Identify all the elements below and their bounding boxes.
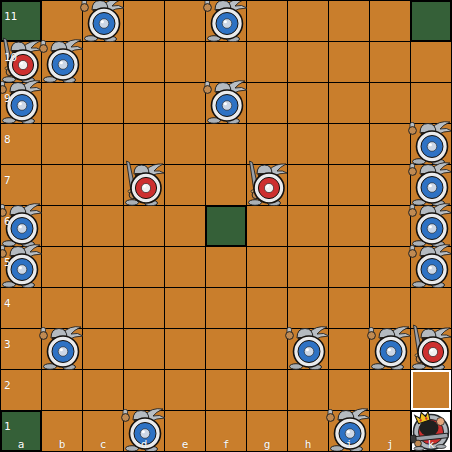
board-square-k4[interactable] — [411, 288, 451, 328]
blue-shield-viking-piece[interactable] — [366, 324, 412, 370]
board-square-j7[interactable] — [370, 165, 410, 205]
board-square-e4[interactable] — [165, 288, 205, 328]
board-square-i9[interactable] — [329, 83, 369, 123]
blue-shield-viking-piece[interactable] — [407, 160, 452, 206]
blue-shield-viking-piece[interactable] — [407, 201, 452, 247]
board-square-e9[interactable] — [165, 83, 205, 123]
board-square-g10[interactable] — [247, 42, 287, 82]
board-square-k7[interactable] — [411, 165, 451, 205]
board-square-d7[interactable] — [124, 165, 164, 205]
file-label-b: b — [59, 439, 66, 450]
board-square-h7[interactable] — [288, 165, 328, 205]
board-square-b11[interactable] — [42, 1, 82, 41]
board-square-b2[interactable] — [42, 370, 82, 410]
board-square-k10[interactable] — [411, 42, 451, 82]
blue-shield-viking-piece[interactable] — [202, 0, 248, 42]
rank-label-3: 3 — [4, 339, 11, 350]
board-square-b8[interactable] — [42, 124, 82, 164]
board-square-b4[interactable] — [42, 288, 82, 328]
board-square-d3[interactable] — [124, 329, 164, 369]
board-square-f8[interactable] — [206, 124, 246, 164]
board-square-i6[interactable] — [329, 206, 369, 246]
board-square-b1[interactable]: b — [42, 411, 82, 451]
board-square-f7[interactable] — [206, 165, 246, 205]
board-square-j6[interactable] — [370, 206, 410, 246]
board-square-g3[interactable] — [247, 329, 287, 369]
board-square-k5[interactable] — [411, 247, 451, 287]
board-square-e3[interactable] — [165, 329, 205, 369]
board-square-h2[interactable] — [288, 370, 328, 410]
board-square-b3[interactable] — [42, 329, 82, 369]
board-square-h10[interactable] — [288, 42, 328, 82]
board-square-g1[interactable]: g — [247, 411, 287, 451]
board-square-i5[interactable] — [329, 247, 369, 287]
board-square-j3[interactable] — [370, 329, 410, 369]
blue-shield-viking-piece[interactable] — [38, 324, 84, 370]
board-square-g6[interactable] — [247, 206, 287, 246]
board-square-k3[interactable] — [411, 329, 451, 369]
rank-label-1: 1 — [4, 421, 11, 432]
board-square-h3[interactable] — [288, 329, 328, 369]
board-square-g11[interactable] — [247, 1, 287, 41]
file-label-f: f — [223, 439, 230, 450]
board-square-i2[interactable] — [329, 370, 369, 410]
board-square-g5[interactable] — [247, 247, 287, 287]
board-square-j1[interactable]: j — [370, 411, 410, 451]
rank-label-7: 7 — [4, 175, 11, 186]
board-square-a6[interactable]: 6 — [1, 206, 41, 246]
board-square-f1[interactable]: f — [206, 411, 246, 451]
board-square-c6[interactable] — [83, 206, 123, 246]
file-label-k: k — [428, 439, 435, 450]
board-square-g4[interactable] — [247, 288, 287, 328]
board-square-c3[interactable] — [83, 329, 123, 369]
rank-label-9: 9 — [4, 93, 11, 104]
board-square-e1[interactable]: e — [165, 411, 205, 451]
file-label-a: a — [18, 439, 25, 450]
board-square-b9[interactable] — [42, 83, 82, 123]
board-square-j10[interactable] — [370, 42, 410, 82]
board-square-b10[interactable] — [42, 42, 82, 82]
hnefatafl-board: 1110987654321abcdefghijk — [0, 0, 452, 452]
blue-shield-viking-piece[interactable] — [202, 78, 248, 124]
file-label-g: g — [264, 439, 271, 450]
board-square-k1[interactable]: k — [411, 411, 451, 451]
board-square-i1[interactable]: i — [329, 411, 369, 451]
board-square-h5[interactable] — [288, 247, 328, 287]
board-square-e5[interactable] — [165, 247, 205, 287]
board-square-c5[interactable] — [83, 247, 123, 287]
board-square-a3[interactable]: 3 — [1, 329, 41, 369]
board-square-g7[interactable] — [247, 165, 287, 205]
rank-label-5: 5 — [4, 257, 11, 268]
board-square-a4[interactable]: 4 — [1, 288, 41, 328]
board-square-c7[interactable] — [83, 165, 123, 205]
board-square-i4[interactable] — [329, 288, 369, 328]
board-square-h8[interactable] — [288, 124, 328, 164]
board-square-c10[interactable] — [83, 42, 123, 82]
board-square-d8[interactable] — [124, 124, 164, 164]
board-square-e10[interactable] — [165, 42, 205, 82]
board-square-e2[interactable] — [165, 370, 205, 410]
board-square-i7[interactable] — [329, 165, 369, 205]
rank-label-11: 11 — [4, 11, 17, 22]
board-square-a10[interactable]: 10 — [1, 42, 41, 82]
board-square-j11[interactable] — [370, 1, 410, 41]
board-square-g8[interactable] — [247, 124, 287, 164]
board-square-f5[interactable] — [206, 247, 246, 287]
red-shield-sword-viking-piece[interactable] — [407, 324, 452, 370]
red-shield-sword-viking-piece[interactable] — [243, 160, 289, 206]
board-square-c4[interactable] — [83, 288, 123, 328]
board-square-a7[interactable]: 7 — [1, 165, 41, 205]
board-square-a8[interactable]: 8 — [1, 124, 41, 164]
rank-label-10: 10 — [4, 52, 17, 63]
file-label-c: c — [100, 439, 107, 450]
board-square-d5[interactable] — [124, 247, 164, 287]
board-square-c2[interactable] — [83, 370, 123, 410]
board-square-f3[interactable] — [206, 329, 246, 369]
board-square-d1[interactable]: d — [124, 411, 164, 451]
board-square-h6[interactable] — [288, 206, 328, 246]
board-square-k9[interactable] — [411, 83, 451, 123]
board-square-h9[interactable] — [288, 83, 328, 123]
board-square-i3[interactable] — [329, 329, 369, 369]
board-square-b7[interactable] — [42, 165, 82, 205]
board-square-c9[interactable] — [83, 83, 123, 123]
board-square-a11[interactable]: 11 — [1, 1, 41, 41]
board-square-g2[interactable] — [247, 370, 287, 410]
board-square-j5[interactable] — [370, 247, 410, 287]
board-square-i10[interactable] — [329, 42, 369, 82]
board-square-e8[interactable] — [165, 124, 205, 164]
board-square-f11[interactable] — [206, 1, 246, 41]
board-square-f2[interactable] — [206, 370, 246, 410]
board-square-f6[interactable] — [206, 206, 246, 246]
board-square-f10[interactable] — [206, 42, 246, 82]
rank-label-6: 6 — [4, 216, 11, 227]
board-square-e7[interactable] — [165, 165, 205, 205]
board-square-h1[interactable]: h — [288, 411, 328, 451]
blue-shield-viking-piece[interactable] — [407, 119, 452, 165]
board-square-e6[interactable] — [165, 206, 205, 246]
board-square-d4[interactable] — [124, 288, 164, 328]
blue-shield-viking-piece[interactable] — [38, 37, 84, 83]
board-square-k8[interactable] — [411, 124, 451, 164]
board-square-c11[interactable] — [83, 1, 123, 41]
blue-shield-viking-piece[interactable] — [407, 242, 452, 288]
board-square-i8[interactable] — [329, 124, 369, 164]
board-square-b5[interactable] — [42, 247, 82, 287]
board-square-d9[interactable] — [124, 83, 164, 123]
board-square-a1[interactable]: 1a — [1, 411, 41, 451]
board-square-f9[interactable] — [206, 83, 246, 123]
blue-shield-viking-piece[interactable] — [284, 324, 330, 370]
board-square-j2[interactable] — [370, 370, 410, 410]
board-square-j9[interactable] — [370, 83, 410, 123]
board-square-b6[interactable] — [42, 206, 82, 246]
board-square-e11[interactable] — [165, 1, 205, 41]
board-square-h11[interactable] — [288, 1, 328, 41]
file-label-e: e — [182, 439, 189, 450]
rank-label-8: 8 — [4, 134, 11, 145]
board-square-d11[interactable] — [124, 1, 164, 41]
file-label-i: i — [346, 439, 353, 450]
board-square-a5[interactable]: 5 — [1, 247, 41, 287]
board-square-f4[interactable] — [206, 288, 246, 328]
blue-shield-viking-piece[interactable] — [79, 0, 125, 42]
board-square-h4[interactable] — [288, 288, 328, 328]
red-shield-sword-viking-piece[interactable] — [120, 160, 166, 206]
file-label-h: h — [305, 439, 312, 450]
board-square-a2[interactable]: 2 — [1, 370, 41, 410]
board-square-d6[interactable] — [124, 206, 164, 246]
board-square-c1[interactable]: c — [83, 411, 123, 451]
board-square-k2[interactable] — [411, 370, 451, 410]
board-square-g9[interactable] — [247, 83, 287, 123]
board-square-j4[interactable] — [370, 288, 410, 328]
board-square-a9[interactable]: 9 — [1, 83, 41, 123]
board-square-k11[interactable] — [411, 1, 451, 41]
rank-label-2: 2 — [4, 380, 11, 391]
rank-label-4: 4 — [4, 298, 11, 309]
board-square-d10[interactable] — [124, 42, 164, 82]
board-square-k6[interactable] — [411, 206, 451, 246]
board-square-j8[interactable] — [370, 124, 410, 164]
file-label-d: d — [141, 439, 148, 450]
file-label-j: j — [387, 439, 394, 450]
board-square-i11[interactable] — [329, 1, 369, 41]
board-square-d2[interactable] — [124, 370, 164, 410]
board-square-c8[interactable] — [83, 124, 123, 164]
